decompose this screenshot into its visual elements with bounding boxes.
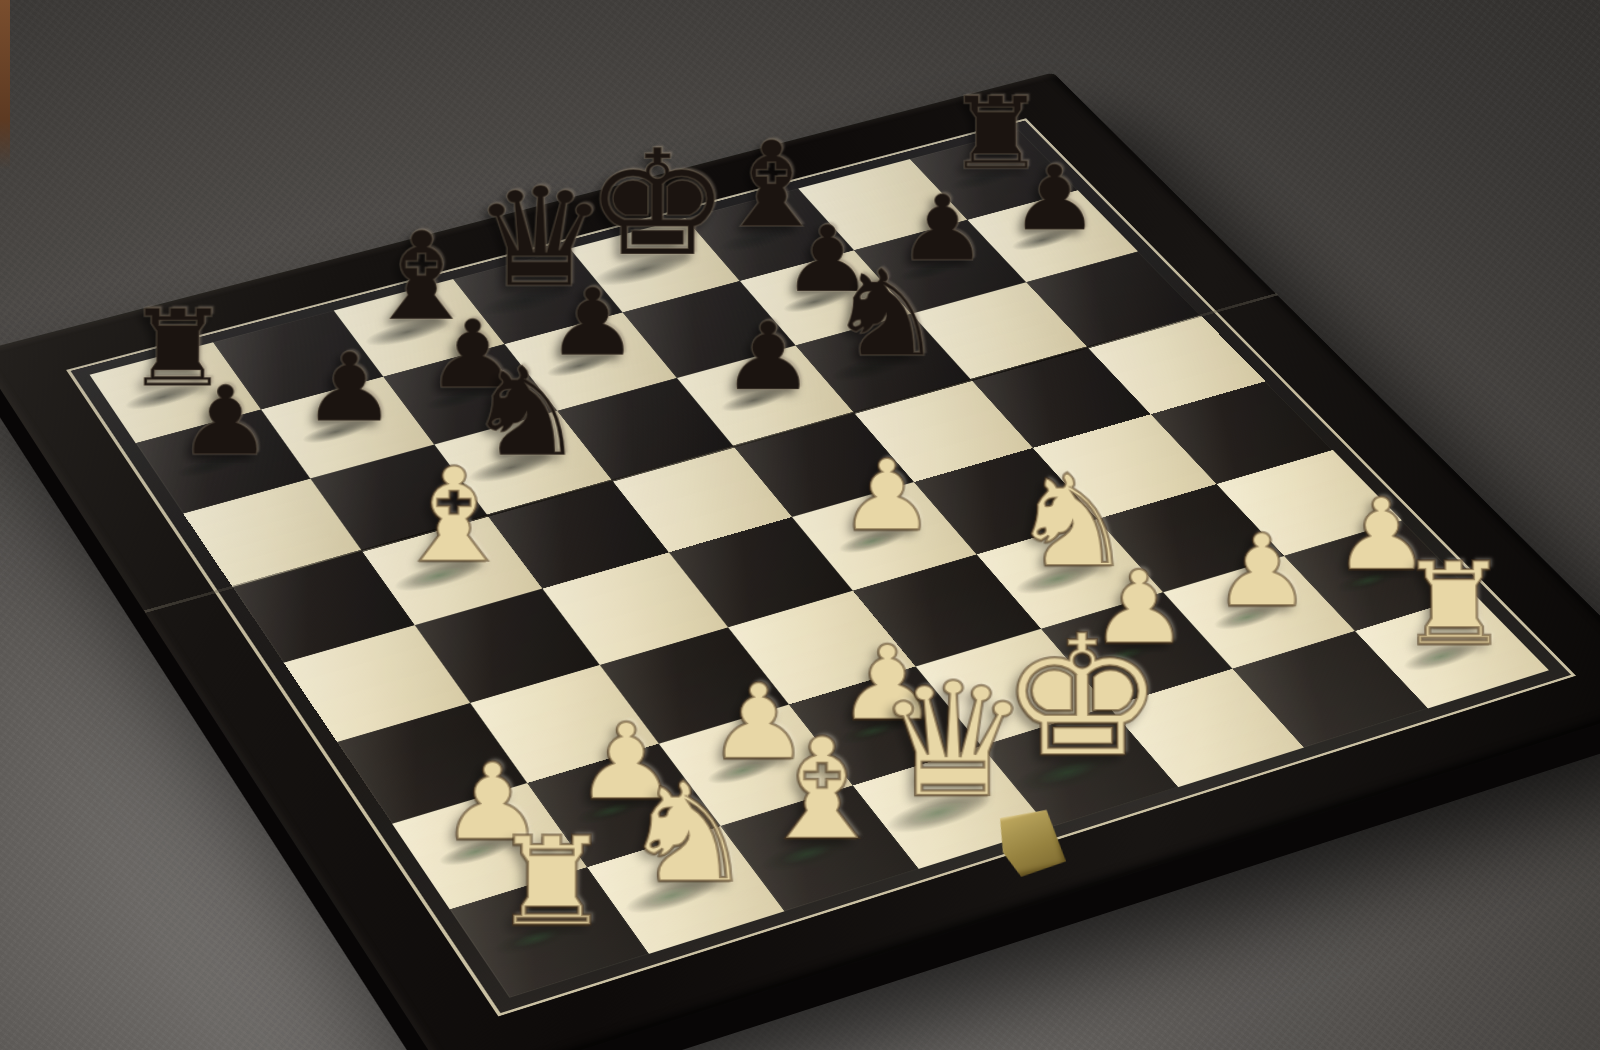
black-pawn-glyph: ♟: [1010, 154, 1101, 244]
black-knight-glyph: ♞: [826, 253, 946, 373]
white-pawn-glyph: ♟: [838, 447, 936, 545]
black-pawn-glyph: ♟: [720, 310, 814, 404]
white-queen-glyph: ♛: [875, 662, 1032, 820]
white-knight-glyph: ♞: [620, 764, 757, 902]
white-bishop-glyph: ♝: [389, 451, 519, 581]
board-stage: ♜♝♛♚♝♜♟♟♟♟♟♟♟♞♟♞♝♟♞♟♟♟♟♟♟♟♜♞♝♛♚♜: [0, 0, 1600, 1050]
white-rook-glyph: ♜: [491, 821, 613, 944]
black-pawn-glyph: ♟: [302, 341, 398, 436]
white-rook-glyph: ♜: [1397, 547, 1512, 661]
white-bishop-glyph: ♝: [753, 720, 892, 860]
white-pawn-glyph: ♟: [1211, 521, 1311, 621]
black-pawn-glyph: ♟: [177, 374, 274, 470]
chessboard: ♜♝♛♚♝♜♟♟♟♟♟♟♟♞♟♞♝♟♞♟♟♟♟♟♟♟♜♞♝♛♚♜: [0, 72, 1600, 1050]
